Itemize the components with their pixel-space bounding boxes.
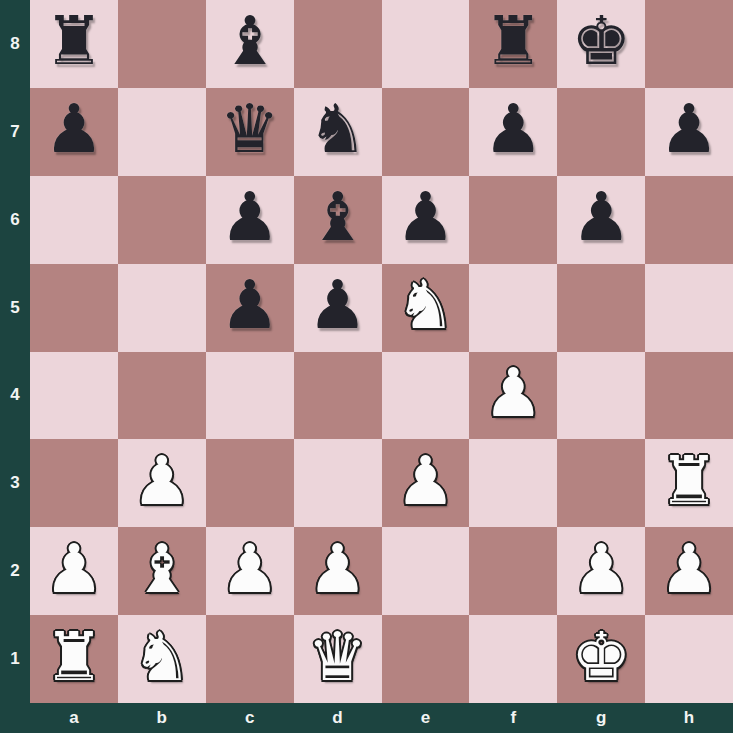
square-h1[interactable] [645,615,733,703]
piece-white-pawn-a2[interactable]: ♟ [44,536,104,603]
piece-black-rook-a8[interactable]: ♜ [44,8,104,75]
square-g8[interactable]: ♚ [557,0,645,88]
square-f4[interactable]: ♟ [469,352,557,440]
square-h8[interactable] [645,0,733,88]
square-e7[interactable] [382,88,470,176]
square-f8[interactable]: ♜ [469,0,557,88]
file-label-d: d [294,703,382,733]
square-h2[interactable]: ♟ [645,527,733,615]
square-f7[interactable]: ♟ [469,88,557,176]
piece-white-rook-a1[interactable]: ♜ [44,624,104,691]
rank-label-6: 6 [0,176,30,264]
piece-black-pawn-d5[interactable]: ♟ [308,272,368,339]
rank-label-5: 5 [0,264,30,352]
square-b4[interactable] [118,352,206,440]
square-d4[interactable] [294,352,382,440]
piece-black-pawn-c5[interactable]: ♟ [220,272,280,339]
piece-black-pawn-e6[interactable]: ♟ [395,184,455,251]
piece-white-king-g1[interactable]: ♚ [571,624,631,691]
piece-black-bishop-d6[interactable]: ♝ [308,184,368,251]
piece-white-bishop-b2[interactable]: ♝ [132,536,192,603]
square-f1[interactable] [469,615,557,703]
square-d1[interactable]: ♛ [294,615,382,703]
square-b1[interactable]: ♞ [118,615,206,703]
piece-black-king-g8[interactable]: ♚ [571,8,631,75]
square-c2[interactable]: ♟ [206,527,294,615]
square-e3[interactable]: ♟ [382,439,470,527]
file-label-g: g [557,703,645,733]
square-d2[interactable]: ♟ [294,527,382,615]
square-e4[interactable] [382,352,470,440]
piece-black-pawn-c6[interactable]: ♟ [220,184,280,251]
square-h4[interactable] [645,352,733,440]
piece-white-queen-d1[interactable]: ♛ [308,624,368,691]
file-label-a: a [30,703,118,733]
file-label-f: f [469,703,557,733]
rank-label-4: 4 [0,352,30,440]
piece-white-pawn-b3[interactable]: ♟ [132,448,192,515]
square-h7[interactable]: ♟ [645,88,733,176]
square-a1[interactable]: ♜ [30,615,118,703]
square-f6[interactable] [469,176,557,264]
piece-white-pawn-e3[interactable]: ♟ [395,448,455,515]
chess-board-frame: 87654321 ♜♝♜♚♟♛♞♟♟♟♝♟♟♟♟♞♟♟♟♜♟♝♟♟♟♟♜♞♛♚ … [0,0,733,733]
square-g7[interactable] [557,88,645,176]
file-label-c: c [206,703,294,733]
square-e2[interactable] [382,527,470,615]
square-d6[interactable]: ♝ [294,176,382,264]
rank-label-1: 1 [0,615,30,703]
board: ♜♝♜♚♟♛♞♟♟♟♝♟♟♟♟♞♟♟♟♜♟♝♟♟♟♟♜♞♛♚ [30,0,733,703]
square-e6[interactable]: ♟ [382,176,470,264]
square-d7[interactable]: ♞ [294,88,382,176]
square-d3[interactable] [294,439,382,527]
rank-label-7: 7 [0,88,30,176]
piece-black-pawn-f7[interactable]: ♟ [483,96,543,163]
rank-label-8: 8 [0,0,30,88]
square-f3[interactable] [469,439,557,527]
square-b7[interactable] [118,88,206,176]
piece-black-knight-d7[interactable]: ♞ [308,96,368,163]
piece-white-pawn-h2[interactable]: ♟ [659,536,719,603]
square-h3[interactable]: ♜ [645,439,733,527]
square-h6[interactable] [645,176,733,264]
square-a5[interactable] [30,264,118,352]
piece-black-rook-f8[interactable]: ♜ [483,8,543,75]
square-h5[interactable] [645,264,733,352]
square-e5[interactable]: ♞ [382,264,470,352]
piece-black-queen-c7[interactable]: ♛ [220,96,280,163]
piece-white-knight-b1[interactable]: ♞ [132,624,192,691]
square-a2[interactable]: ♟ [30,527,118,615]
square-g2[interactable]: ♟ [557,527,645,615]
square-c3[interactable] [206,439,294,527]
square-c8[interactable]: ♝ [206,0,294,88]
square-b6[interactable] [118,176,206,264]
rank-label-3: 3 [0,439,30,527]
square-b2[interactable]: ♝ [118,527,206,615]
piece-black-bishop-c8[interactable]: ♝ [220,8,280,75]
square-g3[interactable] [557,439,645,527]
square-c7[interactable]: ♛ [206,88,294,176]
square-c6[interactable]: ♟ [206,176,294,264]
square-g6[interactable]: ♟ [557,176,645,264]
square-a4[interactable] [30,352,118,440]
square-c4[interactable] [206,352,294,440]
square-f2[interactable] [469,527,557,615]
rank-label-2: 2 [0,527,30,615]
square-b3[interactable]: ♟ [118,439,206,527]
square-d5[interactable]: ♟ [294,264,382,352]
square-a3[interactable] [30,439,118,527]
square-d8[interactable] [294,0,382,88]
piece-black-pawn-a7[interactable]: ♟ [44,96,104,163]
file-label-b: b [118,703,206,733]
piece-white-pawn-f4[interactable]: ♟ [483,360,543,427]
square-g4[interactable] [557,352,645,440]
square-a7[interactable]: ♟ [30,88,118,176]
file-label-h: h [645,703,733,733]
piece-white-pawn-c2[interactable]: ♟ [220,536,280,603]
piece-white-pawn-d2[interactable]: ♟ [308,536,368,603]
rank-labels: 87654321 [0,0,30,703]
square-g1[interactable]: ♚ [557,615,645,703]
square-f5[interactable] [469,264,557,352]
square-e8[interactable] [382,0,470,88]
square-b5[interactable] [118,264,206,352]
piece-white-knight-e5[interactable]: ♞ [395,272,455,339]
piece-white-pawn-g2[interactable]: ♟ [571,536,631,603]
square-a8[interactable]: ♜ [30,0,118,88]
file-label-e: e [382,703,470,733]
square-e1[interactable] [382,615,470,703]
square-b8[interactable] [118,0,206,88]
square-c5[interactable]: ♟ [206,264,294,352]
piece-white-rook-h3[interactable]: ♜ [659,448,719,515]
file-labels: abcdefgh [30,703,733,733]
piece-black-pawn-h7[interactable]: ♟ [659,96,719,163]
square-g5[interactable] [557,264,645,352]
square-c1[interactable] [206,615,294,703]
square-a6[interactable] [30,176,118,264]
piece-black-pawn-g6[interactable]: ♟ [571,184,631,251]
